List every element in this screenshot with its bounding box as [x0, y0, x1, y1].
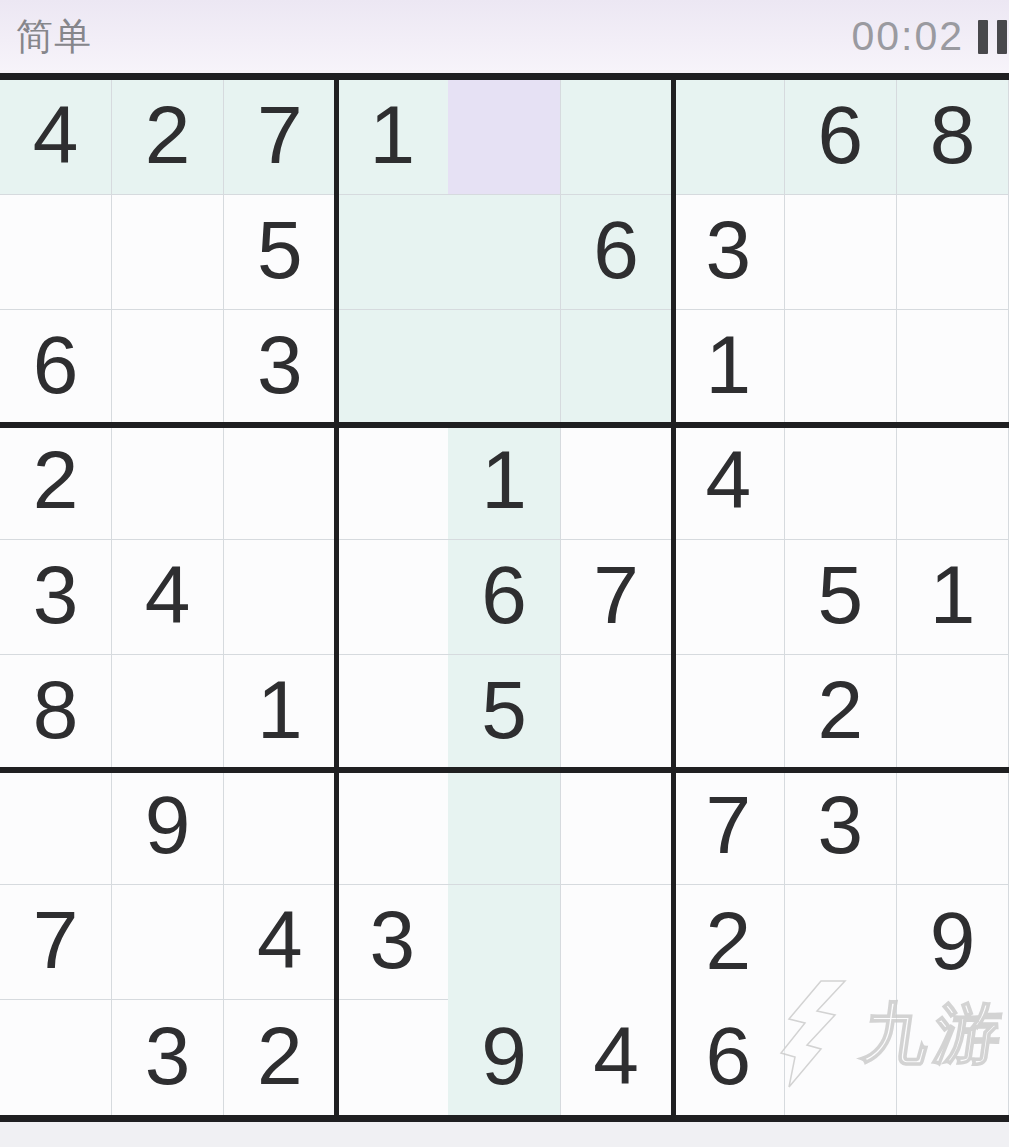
cell-value: 2 — [705, 900, 751, 982]
cell-value: 1 — [370, 94, 416, 176]
cell-r4c9[interactable] — [897, 425, 1009, 540]
cell-r3c1[interactable]: 6 — [0, 310, 112, 425]
cell-r6c3[interactable]: 1 — [224, 655, 336, 770]
cell-value: 7 — [705, 784, 751, 866]
cell-value: 5 — [257, 209, 303, 291]
cell-r8c3[interactable]: 4 — [224, 885, 336, 1000]
cell-r2c2[interactable] — [112, 195, 224, 310]
cell-r4c2[interactable] — [112, 425, 224, 540]
cell-r1c4[interactable]: 1 — [336, 80, 448, 195]
cell-r9c6[interactable]: 4 — [561, 1000, 673, 1115]
cell-r2c9[interactable] — [897, 195, 1009, 310]
cell-r5c1[interactable]: 3 — [0, 540, 112, 655]
cell-value: 8 — [33, 669, 79, 751]
cell-value: 2 — [145, 94, 191, 176]
cell-value: 9 — [930, 900, 976, 982]
cell-value: 6 — [593, 209, 639, 291]
cell-r7c5[interactable] — [448, 770, 560, 885]
cell-value: 3 — [705, 209, 751, 291]
cell-r1c5[interactable] — [448, 80, 560, 195]
cell-r3c7[interactable]: 1 — [673, 310, 785, 425]
cell-r6c8[interactable]: 2 — [785, 655, 897, 770]
cell-r1c1[interactable]: 4 — [0, 80, 112, 195]
cell-value: 7 — [593, 554, 639, 636]
cell-r8c8[interactable] — [785, 885, 897, 1000]
cell-value: 4 — [257, 899, 303, 981]
cell-value: 1 — [705, 324, 751, 406]
cell-r3c5[interactable] — [448, 310, 560, 425]
cell-r6c4[interactable] — [336, 655, 448, 770]
cell-r5c7[interactable] — [673, 540, 785, 655]
cell-value: 3 — [257, 324, 303, 406]
cell-r3c6[interactable] — [561, 310, 673, 425]
cell-r2c3[interactable]: 5 — [224, 195, 336, 310]
top-bar-right: 00:02 — [851, 13, 1009, 60]
cell-value: 6 — [481, 554, 527, 636]
cell-r4c4[interactable] — [336, 425, 448, 540]
cell-r9c5[interactable]: 9 — [448, 1000, 560, 1115]
cell-r7c2[interactable]: 9 — [112, 770, 224, 885]
cell-value: 3 — [33, 554, 79, 636]
cell-r5c3[interactable] — [224, 540, 336, 655]
cell-value: 8 — [930, 94, 976, 176]
top-bar: 简单 00:02 — [0, 0, 1009, 73]
cell-r9c1[interactable] — [0, 1000, 112, 1115]
cell-r6c9[interactable] — [897, 655, 1009, 770]
cell-value: 2 — [257, 1015, 303, 1097]
sudoku-board: 九游 4271685636312143467518152973743293294… — [0, 73, 1009, 1122]
cell-r7c3[interactable] — [224, 770, 336, 885]
cell-r6c1[interactable]: 8 — [0, 655, 112, 770]
cell-r4c6[interactable] — [561, 425, 673, 540]
cell-value: 5 — [481, 669, 527, 751]
pause-icon — [997, 20, 1007, 54]
pause-button[interactable] — [978, 17, 1009, 57]
cell-value: 6 — [705, 1015, 751, 1097]
cell-r9c2[interactable]: 3 — [112, 1000, 224, 1115]
cell-r8c9[interactable]: 9 — [897, 885, 1009, 1000]
cell-r7c9[interactable] — [897, 770, 1009, 885]
cell-r3c4[interactable] — [336, 310, 448, 425]
cell-value: 5 — [818, 554, 864, 636]
cell-r2c5[interactable] — [448, 195, 560, 310]
cell-r1c7[interactable] — [673, 80, 785, 195]
cell-value: 9 — [145, 784, 191, 866]
cell-r4c8[interactable] — [785, 425, 897, 540]
cell-r1c8[interactable]: 6 — [785, 80, 897, 195]
cell-r5c6[interactable]: 7 — [561, 540, 673, 655]
bottom-strip — [0, 1122, 1009, 1147]
cell-r8c2[interactable] — [112, 885, 224, 1000]
cell-value: 2 — [33, 439, 79, 521]
cell-value: 9 — [481, 1015, 527, 1097]
cell-value: 1 — [257, 669, 303, 751]
timer-label: 00:02 — [851, 13, 964, 60]
difficulty-label: 简单 — [16, 12, 92, 62]
cell-r9c9[interactable] — [897, 1000, 1009, 1115]
cell-value: 1 — [481, 439, 527, 521]
cell-r3c9[interactable] — [897, 310, 1009, 425]
cell-r7c4[interactable] — [336, 770, 448, 885]
cell-r3c3[interactable]: 3 — [224, 310, 336, 425]
cell-r7c6[interactable] — [561, 770, 673, 885]
cell-r1c9[interactable]: 8 — [897, 80, 1009, 195]
cell-r3c8[interactable] — [785, 310, 897, 425]
cell-r4c1[interactable]: 2 — [0, 425, 112, 540]
cell-r7c7[interactable]: 7 — [673, 770, 785, 885]
cell-r8c6[interactable] — [561, 885, 673, 1000]
cell-value: 7 — [33, 899, 79, 981]
cell-r6c2[interactable] — [112, 655, 224, 770]
cell-r4c3[interactable] — [224, 425, 336, 540]
cell-value: 2 — [818, 669, 864, 751]
cell-r6c7[interactable] — [673, 655, 785, 770]
cell-value: 4 — [145, 554, 191, 636]
cell-r7c8[interactable]: 3 — [785, 770, 897, 885]
cell-value: 6 — [33, 324, 79, 406]
cell-r2c1[interactable] — [0, 195, 112, 310]
cell-r7c1[interactable] — [0, 770, 112, 885]
cell-r2c6[interactable]: 6 — [561, 195, 673, 310]
cell-r9c3[interactable]: 2 — [224, 1000, 336, 1115]
cell-r4c7[interactable]: 4 — [673, 425, 785, 540]
cell-r5c2[interactable]: 4 — [112, 540, 224, 655]
cell-r1c3[interactable]: 7 — [224, 80, 336, 195]
cell-value: 3 — [818, 784, 864, 866]
cell-r8c5[interactable] — [448, 885, 560, 1000]
cell-r1c6[interactable] — [561, 80, 673, 195]
cell-value: 3 — [145, 1015, 191, 1097]
cell-r8c7[interactable]: 2 — [673, 885, 785, 1000]
cell-value: 4 — [33, 94, 79, 176]
cell-r2c7[interactable]: 3 — [673, 195, 785, 310]
cell-value: 6 — [818, 94, 864, 176]
cell-value: 4 — [593, 1015, 639, 1097]
cell-r9c4[interactable] — [336, 1000, 448, 1115]
cell-r6c5[interactable]: 5 — [448, 655, 560, 770]
cell-value: 1 — [930, 554, 976, 636]
cell-r5c8[interactable]: 5 — [785, 540, 897, 655]
cell-r6c6[interactable] — [561, 655, 673, 770]
cell-r8c4[interactable]: 3 — [336, 885, 448, 1000]
cell-r1c2[interactable]: 2 — [112, 80, 224, 195]
pause-icon — [978, 20, 988, 54]
cell-r4c5[interactable]: 1 — [448, 425, 560, 540]
cell-r5c4[interactable] — [336, 540, 448, 655]
cell-r9c8[interactable] — [785, 1000, 897, 1115]
cell-value: 4 — [705, 439, 751, 521]
cell-r3c2[interactable] — [112, 310, 224, 425]
cell-r2c4[interactable] — [336, 195, 448, 310]
cell-r2c8[interactable] — [785, 195, 897, 310]
cell-r5c9[interactable]: 1 — [897, 540, 1009, 655]
cell-r5c5[interactable]: 6 — [448, 540, 560, 655]
cell-r9c7[interactable]: 6 — [673, 1000, 785, 1115]
cell-value: 7 — [257, 94, 303, 176]
cell-value: 3 — [370, 899, 416, 981]
cell-r8c1[interactable]: 7 — [0, 885, 112, 1000]
